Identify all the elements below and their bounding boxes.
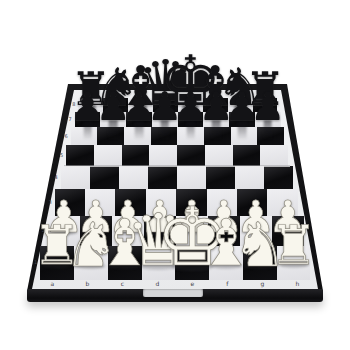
piece-black-pawn-h7: ♟ (250, 87, 285, 127)
square-g5 (233, 145, 261, 166)
square-d4 (148, 166, 177, 189)
square-a6 (71, 127, 98, 145)
rank-label-6: 6 (65, 134, 68, 139)
board-rank-4 (61, 166, 293, 189)
square-b4 (90, 166, 119, 189)
frame-clasp-notch (143, 288, 203, 297)
file-label-g: g (261, 281, 265, 287)
square-f4 (206, 166, 235, 189)
square-f5 (205, 145, 233, 166)
square-d5 (149, 145, 177, 166)
file-label-a: a (51, 281, 55, 287)
file-label-c: c (121, 281, 124, 287)
square-h5 (260, 145, 288, 166)
board-rank-6 (71, 127, 284, 145)
square-a5 (66, 145, 94, 166)
square-c5 (122, 145, 150, 166)
square-h6 (257, 127, 284, 145)
square-e4 (177, 166, 206, 189)
file-label-h: h (296, 281, 300, 287)
square-a4 (61, 166, 90, 189)
rank-label-4: 4 (55, 175, 58, 180)
square-g6 (231, 127, 258, 145)
square-c6 (124, 127, 151, 145)
square-e6 (177, 127, 204, 145)
file-label-b: b (86, 281, 90, 287)
square-d6 (151, 127, 178, 145)
square-c4 (119, 166, 148, 189)
photo-background: abcdefgh12345678 ♜♞♝♛♚♝♞♜♟♟♟♟♟♟♟♟♟♟♟♟♟♟♟… (0, 0, 350, 350)
board-rank-5 (66, 145, 288, 166)
square-f6 (204, 127, 231, 145)
square-b5 (94, 145, 122, 166)
square-g4 (235, 166, 264, 189)
piece-white-rook-h1: ♜ (269, 219, 318, 273)
square-b6 (97, 127, 124, 145)
fold-seam (64, 165, 291, 167)
rank-label-5: 5 (60, 153, 63, 158)
square-e5 (177, 145, 205, 166)
square-h4 (264, 166, 293, 189)
